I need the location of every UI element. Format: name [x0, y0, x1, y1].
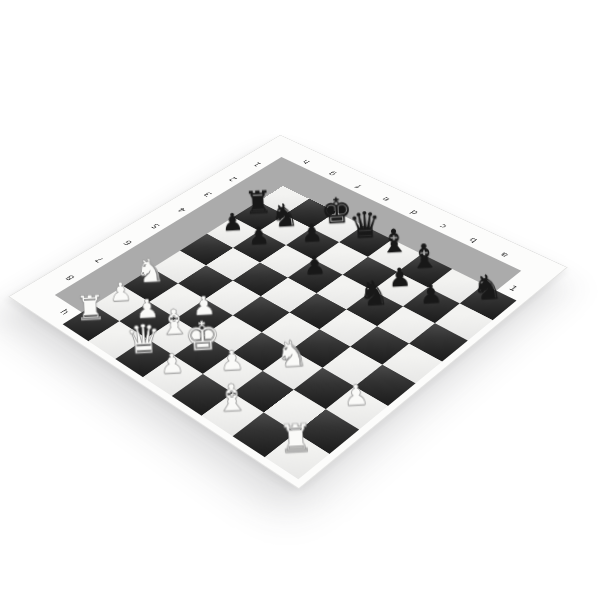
- square-c2: ♟: [372, 272, 428, 307]
- square-h6: ♞: [123, 268, 178, 302]
- square-h1: [258, 186, 309, 215]
- black-pawn-b2: ♟: [406, 279, 455, 307]
- white-knight-h6: ♞: [126, 252, 173, 287]
- board-perspective-wrapper: hgfedcba 12345678 12345678 hgfedcba ♚♛♝♝…: [8, 135, 567, 490]
- black-knight-a1: ♞: [463, 268, 512, 304]
- square-f4: [233, 263, 288, 297]
- black-bishop-c1: ♝: [400, 238, 447, 273]
- square-e2: [314, 242, 368, 274]
- chess-mat: hgfedcba 12345678 12345678 hgfedcba ♚♛♝♝…: [8, 135, 567, 490]
- board-frame: ♚♛♝♝♞♜♞♟♟♟♟♟♟♞♞♟♞♟♟♟♝♚♟♜♛♟♝♜: [55, 157, 521, 450]
